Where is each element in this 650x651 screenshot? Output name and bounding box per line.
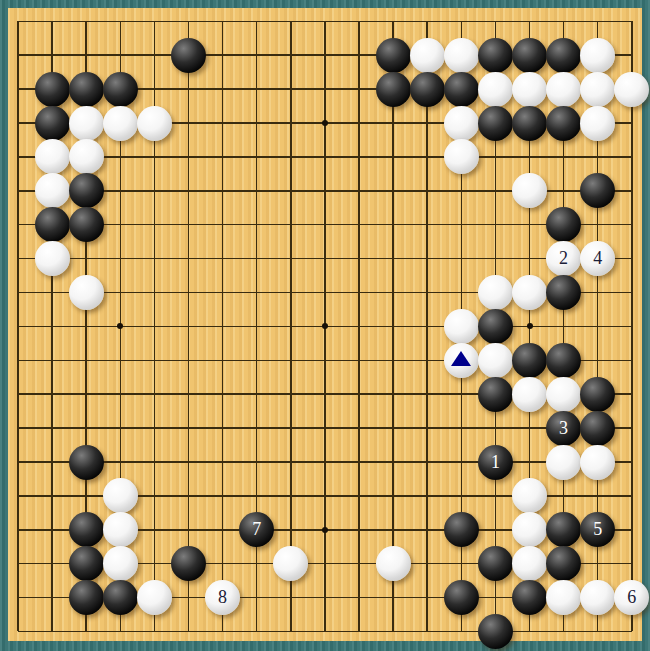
white-stone [478,72,513,107]
black-stone: 7 [239,512,274,547]
black-stone [69,580,104,615]
white-stone [478,343,513,378]
black-stone [580,377,615,412]
white-stone [137,580,172,615]
white-stone [69,275,104,310]
grid-line-vertical [631,21,633,631]
black-stone [69,72,104,107]
white-stone [103,106,138,141]
black-stone [35,72,70,107]
black-stone [444,72,479,107]
black-stone [512,106,547,141]
grid-line-horizontal [18,631,632,633]
star-point [527,323,533,329]
black-stone [478,546,513,581]
white-stone [103,478,138,513]
white-stone [580,38,615,73]
go-board-frame: 24317586 [0,0,650,651]
white-stone: 8 [205,580,240,615]
move-number-label: 4 [580,241,615,276]
white-stone: 4 [580,241,615,276]
white-stone [580,106,615,141]
move-number-label: 2 [546,241,581,276]
white-stone [580,72,615,107]
black-stone [478,614,513,649]
white-stone [35,173,70,208]
white-stone [35,241,70,276]
star-point [322,120,328,126]
black-stone [512,343,547,378]
black-stone [103,580,138,615]
white-stone [410,38,445,73]
grid-line-vertical [358,21,360,631]
black-stone [478,377,513,412]
white-stone [444,139,479,174]
black-stone [69,207,104,242]
black-stone [546,38,581,73]
white-stone [444,106,479,141]
move-number-label: 6 [614,580,649,615]
white-stone [512,546,547,581]
black-stone [444,512,479,547]
black-stone [69,445,104,480]
black-stone [410,72,445,107]
black-stone [478,309,513,344]
black-stone [69,512,104,547]
black-stone [546,343,581,378]
star-point [322,527,328,533]
white-stone [35,139,70,174]
white-stone [546,377,581,412]
move-number-label: 3 [546,411,581,446]
black-stone [478,106,513,141]
black-stone [444,580,479,615]
black-stone [171,38,206,73]
white-stone [444,38,479,73]
white-stone [376,546,411,581]
grid-line-vertical [392,21,394,631]
move-number-label: 7 [239,512,274,547]
white-stone [614,72,649,107]
black-stone [478,38,513,73]
white-stone [103,512,138,547]
white-stone [69,106,104,141]
white-stone [512,275,547,310]
white-stone: 6 [614,580,649,615]
black-stone [580,411,615,446]
black-stone [69,546,104,581]
black-stone [35,207,70,242]
move-number-label: 1 [478,445,513,480]
black-stone [512,38,547,73]
white-stone [512,377,547,412]
white-stone [580,445,615,480]
grid-line-horizontal [18,427,632,429]
white-stone [444,309,479,344]
black-stone: 5 [580,512,615,547]
white-stone [546,72,581,107]
move-number-label: 8 [205,580,240,615]
triangle-marker [451,351,471,366]
black-stone [69,173,104,208]
white-stone [69,139,104,174]
white-stone [103,546,138,581]
black-stone [512,580,547,615]
grid-line-vertical [426,21,428,631]
white-stone [546,445,581,480]
black-stone [171,546,206,581]
white-stone [478,275,513,310]
black-stone [35,106,70,141]
white-stone: 2 [546,241,581,276]
white-stone [512,72,547,107]
black-stone [103,72,138,107]
black-stone [376,72,411,107]
black-stone [546,106,581,141]
white-stone [137,106,172,141]
white-stone [546,580,581,615]
black-stone [376,38,411,73]
black-stone: 1 [478,445,513,480]
black-stone [546,275,581,310]
grid-line-horizontal [18,461,632,463]
black-stone: 3 [546,411,581,446]
move-number-label: 5 [580,512,615,547]
